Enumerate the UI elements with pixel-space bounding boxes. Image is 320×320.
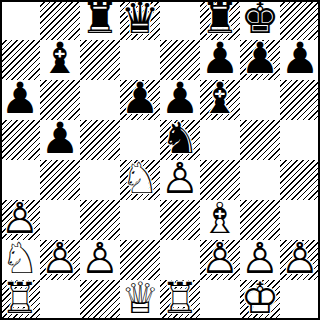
piece-underfill: ♟ — [81, 237, 120, 280]
white-knight: ♞♘ — [120, 160, 160, 200]
white-pawn: ♟♙ — [40, 240, 80, 280]
piece-glyph: ♚ — [241, 0, 280, 40]
black-knight: ♞ — [160, 120, 200, 160]
square-g6[interactable] — [240, 80, 280, 120]
square-g2[interactable]: ♟♙ — [240, 240, 280, 280]
piece-glyph: ♞ — [161, 117, 200, 160]
square-h2[interactable]: ♟♙ — [280, 240, 320, 280]
square-g3[interactable] — [240, 200, 280, 240]
piece-glyph: ♝ — [41, 37, 80, 80]
white-pawn: ♟♙ — [200, 240, 240, 280]
piece-glyph: ♘ — [121, 157, 160, 200]
piece-glyph: ♛ — [121, 0, 160, 40]
piece-glyph: ♙ — [41, 237, 80, 280]
piece-underfill: ♞ — [121, 157, 160, 200]
square-f5[interactable] — [200, 120, 240, 160]
white-pawn: ♟♙ — [240, 240, 280, 280]
piece-underfill: ♜ — [161, 277, 200, 320]
piece-glyph: ♔ — [241, 277, 280, 320]
square-f3[interactable]: ♝♗ — [200, 200, 240, 240]
square-h6[interactable] — [280, 80, 320, 120]
white-queen: ♛♕ — [120, 280, 160, 320]
piece-underfill: ♜ — [1, 277, 40, 320]
square-g8[interactable]: ♚ — [240, 0, 280, 40]
square-c4[interactable] — [80, 160, 120, 200]
black-pawn: ♟ — [240, 40, 280, 80]
black-pawn: ♟ — [280, 40, 320, 80]
black-pawn: ♟ — [40, 120, 80, 160]
square-h1[interactable] — [280, 280, 320, 320]
square-e4[interactable]: ♟♙ — [160, 160, 200, 200]
piece-glyph: ♖ — [161, 277, 200, 320]
square-g7[interactable]: ♟ — [240, 40, 280, 80]
piece-underfill: ♝ — [201, 197, 240, 240]
white-pawn: ♟♙ — [0, 200, 40, 240]
square-b8[interactable] — [40, 0, 80, 40]
square-d7[interactable] — [120, 40, 160, 80]
square-h4[interactable] — [280, 160, 320, 200]
square-e3[interactable] — [160, 200, 200, 240]
piece-glyph: ♙ — [241, 237, 280, 280]
square-b4[interactable] — [40, 160, 80, 200]
white-rook: ♜♖ — [160, 280, 200, 320]
black-rook: ♜ — [200, 0, 240, 40]
piece-underfill: ♞ — [1, 237, 40, 280]
square-d3[interactable] — [120, 200, 160, 240]
piece-glyph: ♙ — [201, 237, 240, 280]
square-f1[interactable] — [200, 280, 240, 320]
piece-glyph: ♕ — [121, 277, 160, 320]
square-b6[interactable] — [40, 80, 80, 120]
square-c7[interactable] — [80, 40, 120, 80]
white-pawn: ♟♙ — [160, 160, 200, 200]
square-g1[interactable]: ♚♔ — [240, 280, 280, 320]
square-f7[interactable]: ♟ — [200, 40, 240, 80]
square-b5[interactable]: ♟ — [40, 120, 80, 160]
piece-glyph: ♟ — [281, 37, 320, 80]
black-bishop: ♝ — [40, 40, 80, 80]
square-f8[interactable]: ♜ — [200, 0, 240, 40]
square-d5[interactable] — [120, 120, 160, 160]
white-king: ♚♔ — [240, 280, 280, 320]
square-d4[interactable]: ♞♘ — [120, 160, 160, 200]
piece-glyph: ♜ — [201, 0, 240, 40]
square-c5[interactable] — [80, 120, 120, 160]
square-f4[interactable] — [200, 160, 240, 200]
black-rook: ♜ — [80, 0, 120, 40]
black-pawn: ♟ — [120, 80, 160, 120]
white-bishop: ♝♗ — [200, 200, 240, 240]
square-a7[interactable] — [0, 40, 40, 80]
square-e7[interactable] — [160, 40, 200, 80]
square-e5[interactable]: ♞ — [160, 120, 200, 160]
piece-underfill: ♟ — [201, 237, 240, 280]
white-pawn: ♟♙ — [280, 240, 320, 280]
square-f6[interactable]: ♝ — [200, 80, 240, 120]
black-queen: ♛ — [120, 0, 160, 40]
piece-glyph: ♟ — [161, 77, 200, 120]
piece-glyph: ♗ — [201, 197, 240, 240]
square-b3[interactable] — [40, 200, 80, 240]
piece-glyph: ♟ — [41, 117, 80, 160]
square-b1[interactable] — [40, 280, 80, 320]
white-rook: ♜♖ — [0, 280, 40, 320]
square-c8[interactable]: ♜ — [80, 0, 120, 40]
piece-glyph: ♟ — [121, 77, 160, 120]
square-d6[interactable]: ♟ — [120, 80, 160, 120]
square-h3[interactable] — [280, 200, 320, 240]
black-pawn: ♟ — [160, 80, 200, 120]
piece-glyph: ♟ — [201, 37, 240, 80]
piece-underfill: ♟ — [161, 157, 200, 200]
square-c6[interactable] — [80, 80, 120, 120]
white-knight: ♞♘ — [0, 240, 40, 280]
piece-glyph: ♟ — [241, 37, 280, 80]
square-b7[interactable]: ♝ — [40, 40, 80, 80]
piece-glyph: ♖ — [1, 277, 40, 320]
square-d1[interactable]: ♛♕ — [120, 280, 160, 320]
black-pawn: ♟ — [0, 80, 40, 120]
black-bishop: ♝ — [200, 80, 240, 120]
square-a3[interactable]: ♟♙ — [0, 200, 40, 240]
square-c2[interactable]: ♟♙ — [80, 240, 120, 280]
piece-glyph: ♜ — [81, 0, 120, 40]
square-d8[interactable]: ♛ — [120, 0, 160, 40]
square-a6[interactable]: ♟ — [0, 80, 40, 120]
square-h8[interactable] — [280, 0, 320, 40]
piece-underfill: ♚ — [241, 277, 280, 320]
square-a5[interactable] — [0, 120, 40, 160]
square-f2[interactable]: ♟♙ — [200, 240, 240, 280]
piece-underfill: ♟ — [41, 237, 80, 280]
piece-glyph: ♘ — [1, 237, 40, 280]
square-d2[interactable] — [120, 240, 160, 280]
piece-glyph: ♟ — [1, 77, 40, 120]
white-pawn: ♟♙ — [80, 240, 120, 280]
square-h7[interactable]: ♟ — [280, 40, 320, 80]
square-g5[interactable] — [240, 120, 280, 160]
square-c1[interactable] — [80, 280, 120, 320]
piece-glyph: ♙ — [1, 197, 40, 240]
square-e8[interactable] — [160, 0, 200, 40]
black-king: ♚ — [240, 0, 280, 40]
square-a1[interactable]: ♜♖ — [0, 280, 40, 320]
square-h5[interactable] — [280, 120, 320, 160]
piece-underfill: ♟ — [1, 197, 40, 240]
square-e6[interactable]: ♟ — [160, 80, 200, 120]
square-a4[interactable] — [0, 160, 40, 200]
square-g4[interactable] — [240, 160, 280, 200]
piece-glyph: ♙ — [81, 237, 120, 280]
piece-underfill: ♟ — [281, 237, 320, 280]
black-pawn: ♟ — [200, 40, 240, 80]
square-c3[interactable] — [80, 200, 120, 240]
square-a2[interactable]: ♞♘ — [0, 240, 40, 280]
square-e2[interactable] — [160, 240, 200, 280]
piece-underfill: ♛ — [121, 277, 160, 320]
square-b2[interactable]: ♟♙ — [40, 240, 80, 280]
piece-glyph: ♝ — [201, 77, 240, 120]
piece-glyph: ♙ — [161, 157, 200, 200]
piece-glyph: ♙ — [281, 237, 320, 280]
square-a8[interactable] — [0, 0, 40, 40]
piece-underfill: ♟ — [241, 237, 280, 280]
chess-board: ♜♛♜♚♝♟♟♟♟♟♟♝♟♞♞♘♟♙♟♙♝♗♞♘♟♙♟♙♟♙♟♙♟♙♜♖♛♕♜♖… — [0, 0, 320, 320]
square-e1[interactable]: ♜♖ — [160, 280, 200, 320]
